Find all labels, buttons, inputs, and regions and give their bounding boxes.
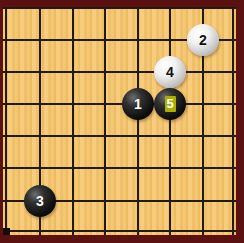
stone-number: 4 bbox=[166, 65, 174, 79]
stone-black-1[interactable]: 1 bbox=[122, 88, 154, 120]
grid-hline-2 bbox=[3, 71, 236, 73]
stone-white-4[interactable]: 4 bbox=[154, 56, 186, 88]
stone-white-2[interactable]: 2 bbox=[187, 24, 219, 56]
stone-number: 2 bbox=[199, 33, 207, 47]
stone-black-5[interactable]: 5 bbox=[154, 88, 186, 120]
go-board-frame: 12345 bbox=[0, 0, 244, 243]
grid-hline-3 bbox=[3, 103, 236, 105]
grid-hline-5 bbox=[3, 167, 236, 169]
go-board[interactable]: 12345 bbox=[3, 7, 236, 235]
stone-number-highlighted: 5 bbox=[165, 96, 176, 112]
star-point bbox=[3, 228, 10, 235]
grid-hline-0 bbox=[3, 7, 236, 9]
grid-hline-7 bbox=[3, 230, 236, 232]
stone-black-3[interactable]: 3 bbox=[24, 185, 56, 217]
stone-number: 1 bbox=[134, 97, 142, 111]
grid-hline-4 bbox=[3, 135, 236, 137]
stone-number: 3 bbox=[36, 194, 44, 208]
